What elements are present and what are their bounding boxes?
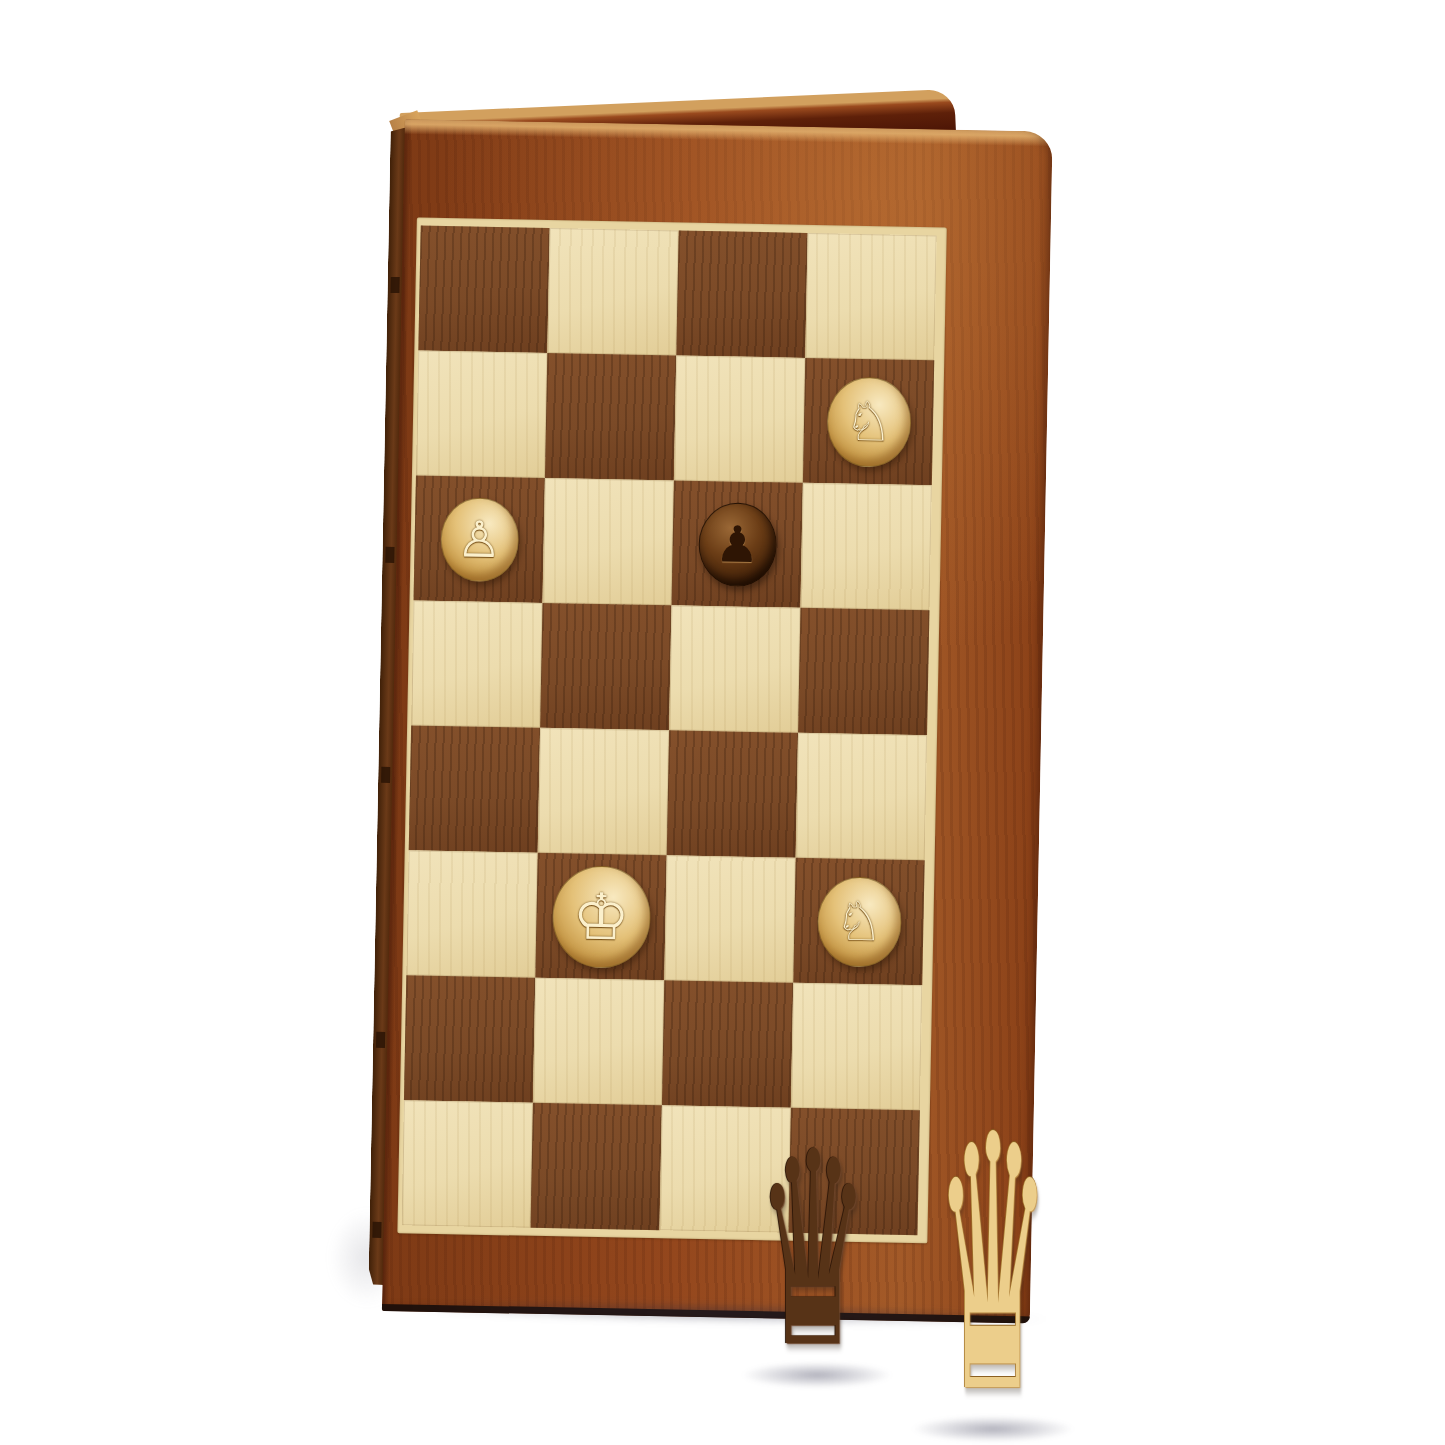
hinge-mark xyxy=(376,1032,385,1048)
white-knight-glyph: ♘ xyxy=(834,894,883,949)
white-knight-glyph: ♘ xyxy=(844,394,893,449)
square-r8c1[interactable] xyxy=(402,1100,533,1227)
square-r3c1[interactable]: ♙ xyxy=(414,475,545,602)
square-r4c3[interactable] xyxy=(669,605,800,732)
square-r5c2[interactable] xyxy=(538,728,669,855)
piece-white-knight[interactable]: ♘ xyxy=(816,876,902,968)
photo-canvas: ♘♙♟♔♘ ♛ ♛ xyxy=(0,0,1445,1445)
white-queen-glyph: ♛ xyxy=(935,1093,1052,1438)
square-r4c2[interactable] xyxy=(540,603,671,730)
square-r2c4[interactable]: ♘ xyxy=(803,358,934,485)
black-pawn-glyph: ♟ xyxy=(714,519,760,570)
hinge-mark xyxy=(372,1222,381,1238)
square-r3c3[interactable]: ♟ xyxy=(671,480,802,607)
square-r2c3[interactable] xyxy=(674,355,805,482)
white-king-glyph: ♔ xyxy=(572,884,631,949)
square-r6c3[interactable] xyxy=(664,855,795,982)
square-r1c4[interactable] xyxy=(805,233,936,360)
piece-white-king[interactable]: ♔ xyxy=(551,865,651,969)
square-r1c3[interactable] xyxy=(676,230,807,357)
square-r2c2[interactable] xyxy=(545,353,676,480)
piece-white-knight[interactable]: ♘ xyxy=(826,376,912,468)
square-r3c2[interactable] xyxy=(543,478,674,605)
square-r7c1[interactable] xyxy=(404,975,535,1102)
square-r5c3[interactable] xyxy=(667,730,798,857)
square-r7c3[interactable] xyxy=(662,980,793,1107)
square-r8c2[interactable] xyxy=(531,1103,662,1230)
square-r6c4[interactable]: ♘ xyxy=(793,858,924,985)
square-r3c4[interactable] xyxy=(800,483,931,610)
square-r5c1[interactable] xyxy=(409,725,540,852)
piece-white-pawn[interactable]: ♙ xyxy=(439,496,519,581)
chess-board-grid: ♘♙♟♔♘ xyxy=(402,225,937,1235)
square-r5c4[interactable] xyxy=(796,733,927,860)
white-pawn-glyph: ♙ xyxy=(456,514,502,565)
standing-white-queen[interactable]: ♛ xyxy=(933,1148,1053,1438)
hinge-mark xyxy=(381,767,390,783)
black-queen-glyph: ♛ xyxy=(757,1119,870,1382)
hinge-mark xyxy=(390,277,399,293)
standing-black-queen[interactable]: ♛ xyxy=(753,1158,873,1382)
square-r2c1[interactable] xyxy=(416,350,547,477)
square-r7c2[interactable] xyxy=(533,978,664,1105)
square-r6c2[interactable]: ♔ xyxy=(535,853,666,980)
piece-black-pawn[interactable]: ♟ xyxy=(697,501,777,586)
square-r6c1[interactable] xyxy=(406,850,537,977)
square-r1c2[interactable] xyxy=(547,228,678,355)
board-border: ♘♙♟♔♘ xyxy=(397,217,946,1243)
hinge-mark xyxy=(385,547,394,563)
square-r4c4[interactable] xyxy=(798,608,929,735)
square-r7c4[interactable] xyxy=(791,983,922,1110)
square-r4c1[interactable] xyxy=(411,600,542,727)
square-r1c1[interactable] xyxy=(418,225,549,352)
